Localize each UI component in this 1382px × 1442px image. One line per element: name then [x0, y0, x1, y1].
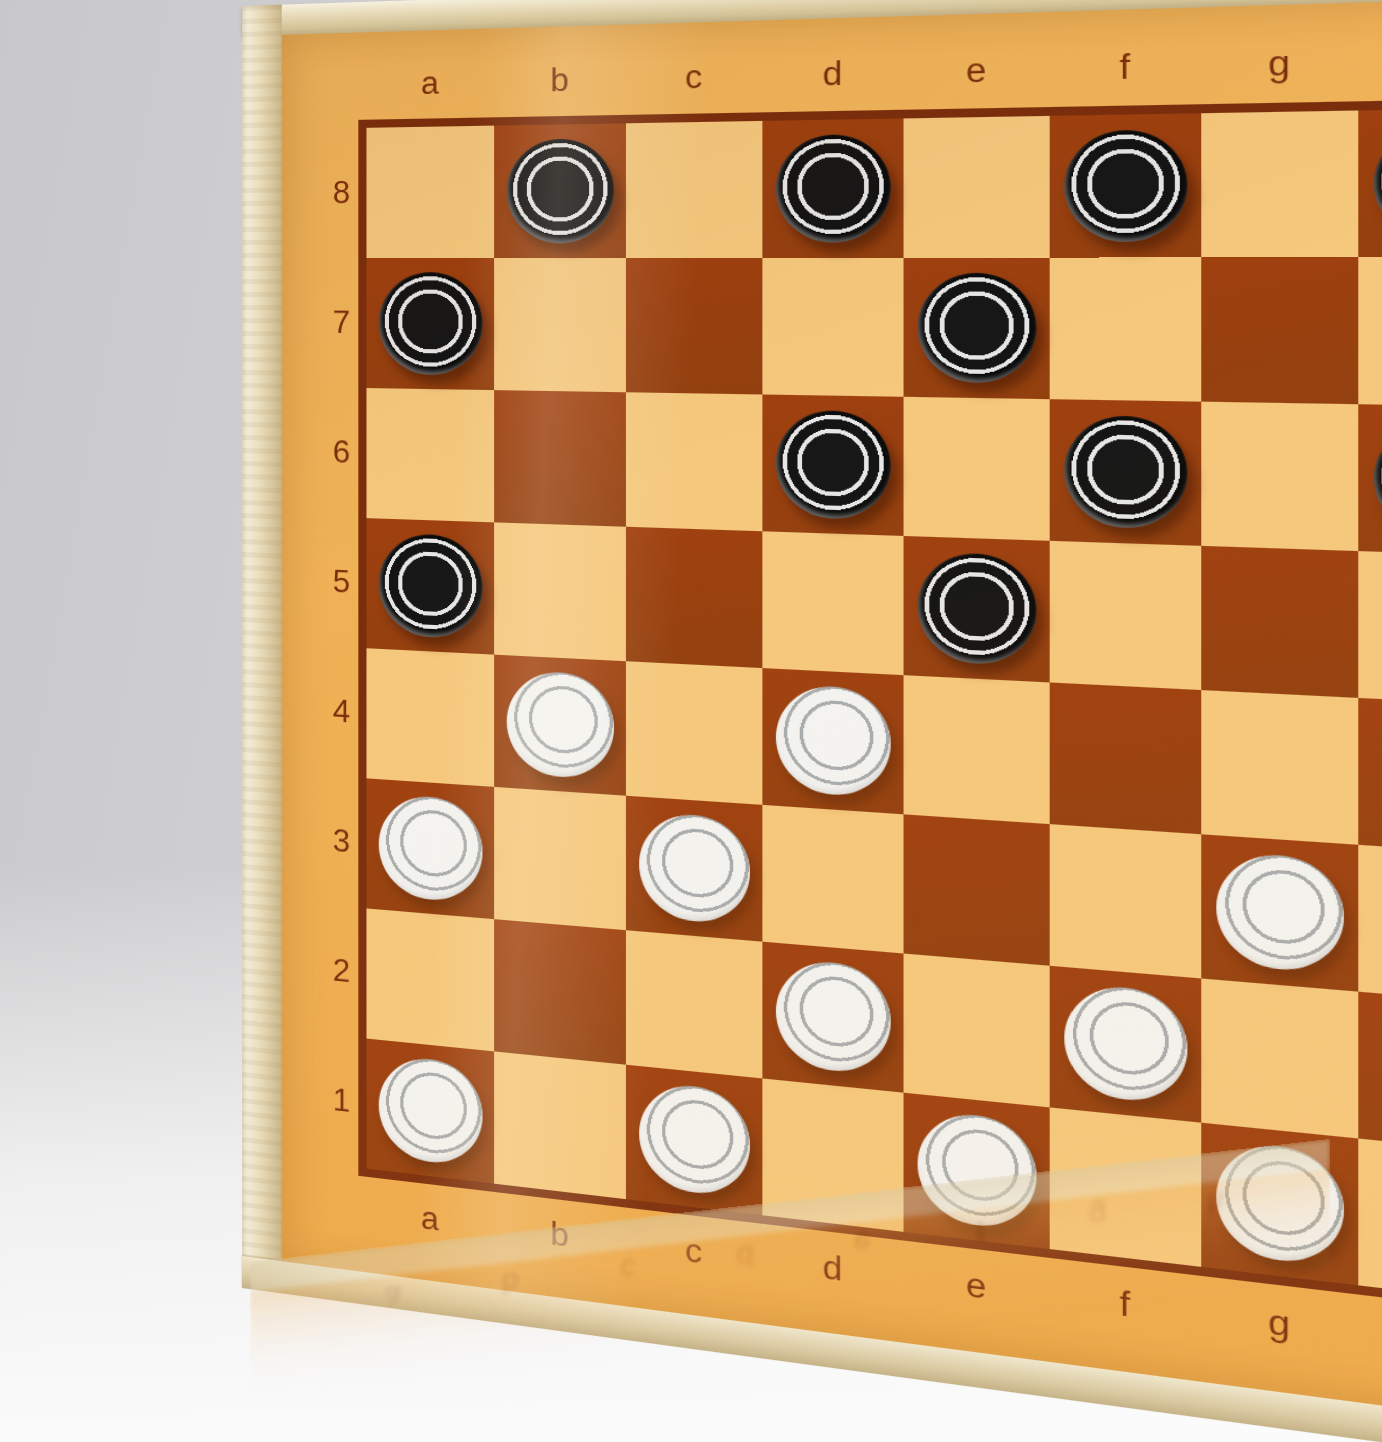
square-f5[interactable]	[1050, 541, 1201, 690]
piece-black-b8[interactable]	[506, 138, 613, 243]
file-label-top-f: f	[1050, 46, 1201, 90]
square-g2[interactable]	[1201, 978, 1358, 1138]
file-labels-top: abcdefgh	[366, 38, 1382, 104]
square-h2[interactable]	[1358, 992, 1382, 1155]
square-g5[interactable]	[1201, 546, 1358, 698]
square-f2[interactable]	[1050, 966, 1201, 1123]
square-c6[interactable]	[626, 392, 762, 531]
square-e2[interactable]	[904, 953, 1050, 1107]
square-f6[interactable]	[1050, 399, 1201, 546]
board-grid	[358, 98, 1382, 1315]
square-b6[interactable]	[494, 390, 626, 527]
board-face: abcdefgh abcdefgh 87654321 87654321	[282, 0, 1382, 1436]
square-f8[interactable]	[1050, 113, 1201, 257]
square-h1[interactable]	[1358, 1138, 1382, 1304]
piece-black-a5[interactable]	[378, 533, 482, 640]
square-b2[interactable]	[494, 919, 626, 1065]
square-d1[interactable]	[762, 1078, 903, 1231]
frame-rail-left	[242, 5, 282, 1294]
file-label-top-a: a	[366, 64, 494, 104]
square-g1[interactable]	[1201, 1123, 1358, 1286]
piece-black-e5[interactable]	[917, 552, 1036, 667]
square-a3[interactable]	[366, 778, 494, 919]
piece-white-b4[interactable]	[506, 670, 613, 780]
piece-white-e1[interactable]	[917, 1109, 1036, 1232]
rank-labels-left: 87654321	[282, 128, 350, 1167]
file-label-bottom-d: d	[762, 1241, 903, 1297]
piece-white-a3[interactable]	[378, 793, 482, 903]
rank-label-left-7: 7	[282, 258, 350, 388]
square-b8[interactable]	[494, 123, 626, 258]
square-c1[interactable]	[626, 1065, 762, 1216]
piece-white-f2[interactable]	[1064, 982, 1187, 1105]
square-f7[interactable]	[1050, 257, 1201, 401]
piece-black-d6[interactable]	[775, 410, 890, 521]
square-d8[interactable]	[762, 118, 903, 257]
square-c5[interactable]	[626, 527, 762, 668]
square-h6[interactable]	[1358, 404, 1382, 556]
piece-black-h6[interactable]	[1373, 421, 1382, 540]
square-g4[interactable]	[1201, 690, 1358, 845]
file-label-bottom-b: b	[494, 1208, 626, 1262]
piece-white-g1[interactable]	[1216, 1140, 1344, 1268]
rank-label-left-2: 2	[282, 901, 350, 1037]
square-a1[interactable]	[366, 1039, 494, 1184]
square-a5[interactable]	[366, 518, 494, 654]
square-d3[interactable]	[762, 805, 903, 954]
square-b3[interactable]	[494, 787, 626, 930]
square-a2[interactable]	[366, 908, 494, 1051]
rank-label-left-5: 5	[282, 515, 350, 647]
square-c2[interactable]	[626, 930, 762, 1078]
rank-label-left-6: 6	[282, 387, 350, 518]
square-a8[interactable]	[366, 126, 494, 258]
piece-white-c1[interactable]	[639, 1081, 750, 1199]
square-e3[interactable]	[904, 814, 1050, 965]
rank-label-left-1: 1	[282, 1030, 350, 1167]
square-e5[interactable]	[904, 536, 1050, 683]
piece-black-e7[interactable]	[917, 273, 1036, 384]
checkers-board: abcdefgh abcdefgh 87654321 87654321	[242, 0, 1382, 1442]
square-g8[interactable]	[1201, 110, 1358, 257]
file-label-top-g: g	[1201, 42, 1358, 87]
square-c4[interactable]	[626, 661, 762, 805]
piece-white-g3[interactable]	[1216, 851, 1344, 974]
file-label-top-c: c	[626, 57, 762, 98]
file-label-bottom-h: h	[1358, 1313, 1382, 1375]
square-c3[interactable]	[626, 796, 762, 942]
file-label-bottom-e: e	[904, 1258, 1050, 1316]
square-g6[interactable]	[1201, 402, 1358, 551]
square-e7[interactable]	[904, 258, 1050, 400]
rank-label-left-8: 8	[282, 128, 350, 258]
square-f1[interactable]	[1050, 1107, 1201, 1266]
square-f3[interactable]	[1050, 824, 1201, 978]
square-d2[interactable]	[762, 942, 903, 1093]
piece-white-c3[interactable]	[639, 811, 750, 925]
file-label-top-e: e	[904, 49, 1050, 92]
square-e6[interactable]	[904, 397, 1050, 541]
rank-label-left-4: 4	[282, 644, 350, 777]
square-d6[interactable]	[762, 394, 903, 535]
piece-white-d4[interactable]	[775, 684, 890, 799]
square-e1[interactable]	[904, 1093, 1050, 1249]
piece-black-h8[interactable]	[1373, 124, 1382, 241]
square-f4[interactable]	[1050, 682, 1201, 834]
file-label-bottom-f: f	[1050, 1276, 1201, 1335]
piece-white-d2[interactable]	[775, 958, 890, 1076]
file-label-bottom-a: a	[366, 1193, 494, 1246]
rank-label-left-3: 3	[282, 773, 350, 907]
square-c8[interactable]	[626, 121, 762, 258]
piece-black-f6[interactable]	[1064, 415, 1187, 530]
file-label-bottom-c: c	[626, 1224, 762, 1279]
square-h7[interactable]	[1358, 257, 1382, 407]
piece-black-d8[interactable]	[775, 134, 890, 243]
file-label-bottom-g: g	[1201, 1294, 1358, 1354]
square-e4[interactable]	[904, 675, 1050, 824]
square-e8[interactable]	[904, 116, 1050, 258]
square-b5[interactable]	[494, 522, 626, 661]
square-h4[interactable]	[1358, 698, 1382, 856]
file-label-top-b: b	[494, 60, 626, 101]
square-g3[interactable]	[1201, 834, 1358, 991]
piece-black-f8[interactable]	[1064, 129, 1187, 242]
square-g7[interactable]	[1201, 257, 1358, 404]
square-a4[interactable]	[366, 648, 494, 787]
square-h5[interactable]	[1358, 551, 1382, 706]
piece-white-a1[interactable]	[378, 1054, 482, 1168]
square-d4[interactable]	[762, 668, 903, 814]
square-b1[interactable]	[494, 1051, 626, 1199]
square-b4[interactable]	[494, 655, 626, 796]
square-a7[interactable]	[366, 258, 494, 390]
file-label-top-d: d	[762, 53, 903, 95]
square-a6[interactable]	[366, 388, 494, 522]
square-d7[interactable]	[762, 258, 903, 397]
square-h8[interactable]	[1358, 108, 1382, 258]
photo-scene: abcdefgh abcdefgh 87654321 87654321 abcd…	[0, 0, 1382, 1442]
square-h3[interactable]	[1358, 845, 1382, 1006]
square-b7[interactable]	[494, 258, 626, 392]
piece-black-a7[interactable]	[378, 272, 482, 375]
file-label-top-h: h	[1358, 38, 1382, 83]
square-d5[interactable]	[762, 531, 903, 675]
square-c7[interactable]	[626, 258, 762, 395]
